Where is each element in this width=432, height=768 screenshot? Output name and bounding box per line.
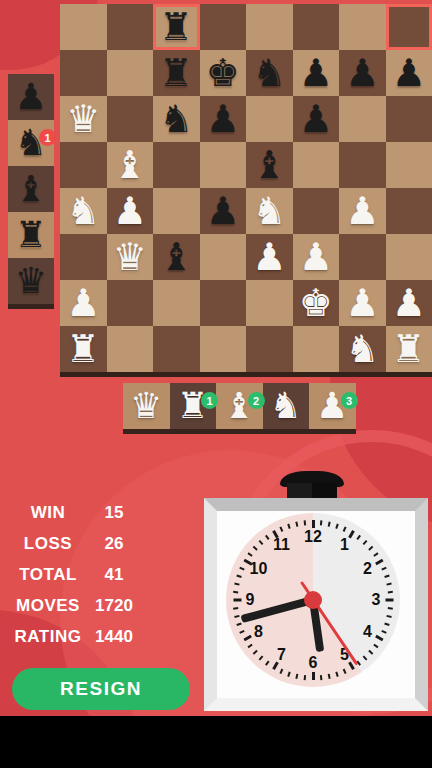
stat-value: 1720 [94, 596, 134, 616]
white-rook: ♜ [392, 326, 426, 372]
square-h1[interactable]: ♜ [386, 326, 432, 372]
white-knight: ♞ [345, 326, 379, 372]
stat-row-rating: RATING1440 [6, 621, 134, 652]
minute-tick [320, 520, 322, 525]
chess-board[interactable]: ♜♜♚♞♟♟♟♛♞♟♟♝♝♞♟♟♞♟♛♝♟♟♟♚♟♟♜♞♜ [60, 4, 432, 372]
white-piece-glyph: ♛ [130, 383, 162, 429]
square-c1[interactable] [153, 326, 200, 372]
minute-tick [328, 521, 331, 526]
square-b6[interactable] [107, 96, 154, 142]
capture-count-badge: 3 [341, 392, 358, 409]
minute-tick [236, 574, 241, 577]
clock-number-8: 8 [254, 623, 263, 641]
clock-number-2: 2 [363, 560, 372, 578]
captured-white-knight: ♞ [263, 383, 310, 429]
minute-tick [343, 669, 347, 674]
clock-number-12: 12 [304, 528, 322, 546]
white-queen: ♛ [113, 234, 147, 280]
black-pawn: ♟ [206, 188, 240, 234]
minute-tick [374, 644, 379, 648]
clock-number-4: 4 [363, 623, 372, 641]
square-e4[interactable]: ♞ [246, 188, 293, 234]
square-g3[interactable] [339, 234, 386, 280]
minute-tick [369, 650, 374, 654]
square-f2[interactable]: ♚ [293, 280, 340, 326]
hour-tick [375, 635, 383, 642]
square-f8[interactable] [293, 4, 340, 50]
minute-tick [253, 546, 258, 550]
minute-tick [279, 526, 283, 531]
bottom-system-bar [0, 716, 432, 768]
black-pawn: ♟ [392, 50, 426, 96]
square-g7[interactable]: ♟ [339, 50, 386, 96]
black-rook: ♜ [159, 4, 193, 50]
square-d7[interactable]: ♚ [200, 50, 247, 96]
tray-shadow-edge [8, 304, 54, 309]
square-c5[interactable] [153, 142, 200, 188]
stat-label: MOVES [6, 596, 90, 616]
minute-tick [253, 650, 258, 654]
square-a7[interactable] [60, 50, 107, 96]
minute-tick [343, 526, 347, 531]
black-king: ♚ [206, 50, 240, 96]
minute-tick [279, 669, 283, 674]
captured-white-pieces-tray: ♛♜1♝2♞♟3 [123, 383, 356, 429]
captured-white-queen: ♛ [123, 383, 170, 429]
capture-count-badge: 2 [248, 392, 265, 409]
square-g1[interactable]: ♞ [339, 326, 386, 372]
minute-tick [387, 582, 392, 585]
captured-black-pawn: ♟ [8, 74, 54, 120]
square-a6[interactable]: ♛ [60, 96, 107, 142]
square-c3[interactable]: ♝ [153, 234, 200, 280]
stat-value: 15 [94, 503, 134, 523]
white-pawn: ♟ [345, 188, 379, 234]
square-e8[interactable] [246, 4, 293, 50]
square-h7[interactable]: ♟ [386, 50, 432, 96]
square-d1[interactable] [200, 326, 247, 372]
stat-value: 1440 [94, 627, 134, 647]
stat-label: LOSS [6, 534, 90, 554]
minute-tick [234, 582, 239, 585]
clock-number-3: 3 [372, 591, 381, 609]
captured-black-knight: ♞1 [8, 120, 54, 166]
stat-row-total: TOTAL41 [6, 559, 134, 590]
hour-tick [243, 635, 251, 642]
square-e2[interactable] [246, 280, 293, 326]
square-f3[interactable]: ♟ [293, 234, 340, 280]
stat-row-moves: MOVES1720 [6, 590, 134, 621]
clock-number-6: 6 [309, 654, 318, 672]
square-c7[interactable]: ♜ [153, 50, 200, 96]
capture-count-badge: 1 [201, 392, 218, 409]
hour-tick [312, 672, 315, 680]
square-g4[interactable]: ♟ [339, 188, 386, 234]
square-b1[interactable] [107, 326, 154, 372]
black-piece-glyph: ♟ [15, 74, 47, 120]
minute-tick [357, 534, 361, 539]
square-a5[interactable] [60, 142, 107, 188]
square-f6[interactable]: ♟ [293, 96, 340, 142]
square-e1[interactable] [246, 326, 293, 372]
black-bishop: ♝ [159, 234, 193, 280]
stat-label: WIN [6, 503, 90, 523]
stat-row-win: WIN15 [6, 497, 134, 528]
square-a4[interactable]: ♞ [60, 188, 107, 234]
clock-number-10: 10 [250, 560, 268, 578]
captured-black-pieces-tray: ♟♞1♝♜♛ [8, 74, 54, 304]
clock-face: 121234567891011 [226, 513, 400, 687]
square-d3[interactable] [200, 234, 247, 280]
square-c6[interactable]: ♞ [153, 96, 200, 142]
square-h6[interactable] [386, 96, 432, 142]
square-e6[interactable] [246, 96, 293, 142]
square-h3[interactable] [386, 234, 432, 280]
hour-tick [375, 559, 383, 566]
square-e3[interactable]: ♟ [246, 234, 293, 280]
white-pawn: ♟ [66, 280, 100, 326]
square-f7[interactable]: ♟ [293, 50, 340, 96]
minute-tick [265, 661, 269, 666]
stat-label: RATING [6, 627, 90, 647]
square-b7[interactable] [107, 50, 154, 96]
black-piece-glyph: ♝ [15, 166, 47, 212]
black-piece-glyph: ♜ [15, 212, 47, 258]
square-a8[interactable] [60, 4, 107, 50]
minute-tick [234, 615, 239, 618]
captured-white-rook: ♜1 [170, 383, 217, 429]
clock-knob-stem [287, 483, 337, 499]
tray-shadow-edge [123, 429, 356, 434]
square-d8[interactable] [200, 4, 247, 50]
square-g8[interactable] [339, 4, 386, 50]
square-h8[interactable] [386, 4, 432, 50]
square-c2[interactable] [153, 280, 200, 326]
white-piece-glyph: ♞ [270, 383, 302, 429]
white-queen: ♛ [66, 96, 100, 142]
white-bishop: ♝ [113, 142, 147, 188]
minute-tick [233, 591, 238, 593]
hour-tick [385, 599, 393, 602]
square-g6[interactable] [339, 96, 386, 142]
square-h2[interactable]: ♟ [386, 280, 432, 326]
minute-tick [304, 675, 306, 680]
white-king: ♚ [299, 280, 333, 326]
minute-tick [295, 674, 298, 679]
captured-white-bishop: ♝2 [216, 383, 263, 429]
minute-tick [233, 607, 238, 609]
square-a1[interactable]: ♜ [60, 326, 107, 372]
captured-black-queen: ♛ [8, 258, 54, 304]
minute-tick [388, 607, 393, 609]
hour-tick [312, 520, 315, 528]
square-d4[interactable]: ♟ [200, 188, 247, 234]
minute-tick [335, 523, 338, 528]
minute-tick [382, 630, 387, 634]
minute-tick [387, 615, 392, 618]
white-pawn: ♟ [345, 280, 379, 326]
minute-tick [239, 566, 244, 570]
capture-count-badge: 1 [39, 129, 56, 146]
minute-tick [369, 546, 374, 550]
white-pawn: ♟ [392, 280, 426, 326]
square-f4[interactable] [293, 188, 340, 234]
black-pawn: ♟ [345, 50, 379, 96]
minute-tick [265, 534, 269, 539]
minute-tick [335, 672, 338, 677]
square-b8[interactable] [107, 4, 154, 50]
square-b4[interactable]: ♟ [107, 188, 154, 234]
clock-number-9: 9 [246, 591, 255, 609]
black-knight: ♞ [252, 50, 286, 96]
square-a3[interactable] [60, 234, 107, 280]
white-knight: ♞ [252, 188, 286, 234]
minute-tick [247, 552, 252, 556]
captured-black-bishop: ♝ [8, 166, 54, 212]
square-d2[interactable] [200, 280, 247, 326]
minute-tick [388, 591, 393, 593]
square-a2[interactable]: ♟ [60, 280, 107, 326]
minute-tick [287, 523, 290, 528]
minute-tick [385, 622, 390, 625]
clock-number-1: 1 [340, 536, 349, 554]
square-c8[interactable]: ♜ [153, 4, 200, 50]
white-pawn: ♟ [252, 234, 286, 280]
hour-tick [233, 599, 241, 602]
square-b2[interactable] [107, 280, 154, 326]
white-knight: ♞ [66, 188, 100, 234]
minute-tick [259, 656, 263, 661]
minute-tick [320, 675, 322, 680]
resign-button[interactable]: RESIGN [12, 668, 190, 710]
white-pawn: ♟ [299, 234, 333, 280]
minute-tick [304, 520, 306, 525]
minute-tick [328, 674, 331, 679]
white-pawn: ♟ [113, 188, 147, 234]
minute-tick [236, 622, 241, 625]
square-d6[interactable]: ♟ [200, 96, 247, 142]
square-f5[interactable] [293, 142, 340, 188]
minute-tick [374, 552, 379, 556]
stat-label: TOTAL [6, 565, 90, 585]
minute-tick [295, 521, 298, 526]
square-g2[interactable]: ♟ [339, 280, 386, 326]
square-d5[interactable] [200, 142, 247, 188]
black-pawn: ♟ [299, 50, 333, 96]
chess-clock: 121234567891011 [204, 498, 428, 711]
black-piece-glyph: ♛ [15, 258, 47, 304]
square-b5[interactable]: ♝ [107, 142, 154, 188]
minute-tick [385, 574, 390, 577]
captured-white-pawn: ♟3 [309, 383, 356, 429]
black-bishop: ♝ [252, 142, 286, 188]
clock-number-11: 11 [273, 536, 290, 554]
minute-tick [239, 630, 244, 634]
stat-value: 26 [94, 534, 134, 554]
black-pawn: ♟ [299, 96, 333, 142]
square-g5[interactable] [339, 142, 386, 188]
minute-tick [363, 540, 367, 545]
captured-black-rook: ♜ [8, 212, 54, 258]
minute-tick [259, 540, 263, 545]
square-e5[interactable]: ♝ [246, 142, 293, 188]
minute-tick [363, 656, 367, 661]
minute-tick [287, 672, 290, 677]
stats-panel: WIN15LOSS26TOTAL41MOVES1720RATING1440 [6, 497, 134, 652]
square-f1[interactable] [293, 326, 340, 372]
square-e7[interactable]: ♞ [246, 50, 293, 96]
clock-center-dot [304, 591, 322, 609]
black-rook: ♜ [159, 50, 193, 96]
stat-value: 41 [94, 565, 134, 585]
clock-number-7: 7 [277, 646, 286, 664]
minute-tick [382, 566, 387, 570]
black-pawn: ♟ [206, 96, 240, 142]
stat-row-loss: LOSS26 [6, 528, 134, 559]
square-c4[interactable] [153, 188, 200, 234]
square-h4[interactable] [386, 188, 432, 234]
white-rook: ♜ [66, 326, 100, 372]
square-b3[interactable]: ♛ [107, 234, 154, 280]
board-shadow-edge [60, 372, 432, 377]
black-knight: ♞ [159, 96, 193, 142]
minute-tick [247, 644, 252, 648]
square-h5[interactable] [386, 142, 432, 188]
